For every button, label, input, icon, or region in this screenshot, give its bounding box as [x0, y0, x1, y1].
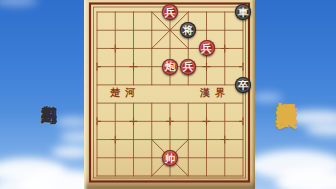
river-label-chu-he: 楚河	[109, 87, 140, 98]
video-thumbnail: 楚河 漢界 兵車将兵炮兵卒帅 象棋刘正哥 疑难绝妙实用	[0, 0, 336, 189]
piece-red-soldier[interactable]: 兵	[180, 59, 196, 75]
piece-red-general[interactable]: 帅	[162, 150, 178, 166]
cloud	[0, 0, 38, 6]
channel-name-caption: 象棋刘正哥	[38, 48, 59, 140]
piece-red-cannon[interactable]: 炮	[162, 59, 178, 75]
piece-red-soldier[interactable]: 兵	[199, 40, 215, 56]
tagline-caption: 疑难绝妙实用	[274, 23, 301, 157]
river-label-han-jie: 漢界	[199, 87, 230, 98]
piece-black-general[interactable]: 将	[180, 22, 196, 38]
piece-black-soldier[interactable]: 卒	[235, 77, 251, 93]
piece-black-chariot[interactable]: 車	[235, 4, 251, 20]
cloud	[306, 123, 336, 136]
piece-red-soldier[interactable]: 兵	[162, 4, 178, 20]
xiangqi-board: 楚河 漢界 兵車将兵炮兵卒帅	[84, 0, 255, 189]
